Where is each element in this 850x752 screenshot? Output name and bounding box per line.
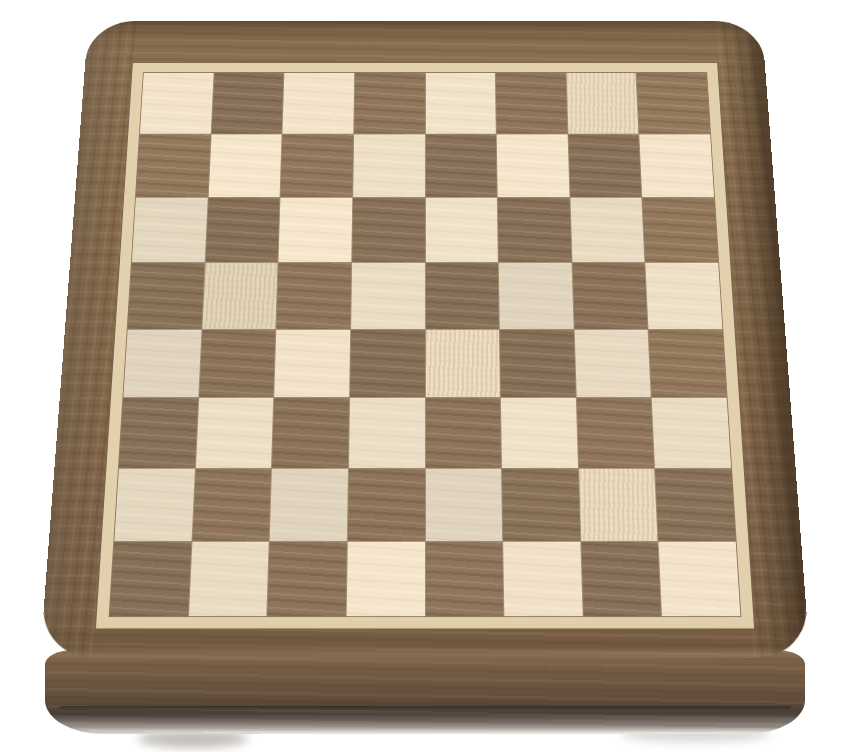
square-c3[interactable] <box>272 398 349 468</box>
square-d1[interactable] <box>347 542 425 616</box>
square-b7[interactable] <box>208 134 281 196</box>
square-d5[interactable] <box>351 263 425 329</box>
square-e3[interactable] <box>425 398 501 468</box>
square-e2[interactable] <box>425 469 502 541</box>
square-a6[interactable] <box>132 198 208 262</box>
square-d6[interactable] <box>352 198 424 262</box>
square-a5[interactable] <box>128 263 205 329</box>
square-h4[interactable] <box>649 329 727 397</box>
box-lid-seam <box>59 706 791 710</box>
square-c8[interactable] <box>283 73 354 134</box>
square-a8[interactable] <box>140 73 213 134</box>
square-g4[interactable] <box>574 329 651 397</box>
square-f4[interactable] <box>500 329 576 397</box>
square-d8[interactable] <box>354 73 424 134</box>
square-f1[interactable] <box>503 542 582 616</box>
square-g3[interactable] <box>577 398 655 468</box>
square-e8[interactable] <box>425 73 495 134</box>
square-f2[interactable] <box>502 469 580 541</box>
square-b1[interactable] <box>189 542 269 616</box>
square-d3[interactable] <box>349 398 425 468</box>
square-f5[interactable] <box>499 263 574 329</box>
square-h8[interactable] <box>637 73 710 134</box>
square-e7[interactable] <box>425 134 496 196</box>
square-c5[interactable] <box>277 263 352 329</box>
chess-board-box <box>40 21 810 658</box>
square-a2[interactable] <box>114 469 194 541</box>
square-b8[interactable] <box>211 73 283 134</box>
square-g6[interactable] <box>570 198 644 262</box>
square-h1[interactable] <box>659 542 740 616</box>
square-g7[interactable] <box>568 134 641 196</box>
chess-grid <box>109 72 742 617</box>
square-c7[interactable] <box>281 134 353 196</box>
square-c4[interactable] <box>274 329 350 397</box>
square-e6[interactable] <box>425 198 497 262</box>
board-surface <box>95 62 755 629</box>
square-e5[interactable] <box>425 263 499 329</box>
square-g2[interactable] <box>579 469 658 541</box>
square-b5[interactable] <box>202 263 278 329</box>
square-h7[interactable] <box>640 134 714 196</box>
square-h6[interactable] <box>643 198 719 262</box>
square-g8[interactable] <box>566 73 638 134</box>
square-e1[interactable] <box>425 542 503 616</box>
square-c6[interactable] <box>279 198 352 262</box>
square-c1[interactable] <box>268 542 347 616</box>
square-f6[interactable] <box>498 198 571 262</box>
board-photo-scene <box>0 0 850 752</box>
square-a7[interactable] <box>136 134 210 196</box>
square-f3[interactable] <box>501 398 578 468</box>
square-a4[interactable] <box>123 329 201 397</box>
square-c2[interactable] <box>270 469 348 541</box>
square-h2[interactable] <box>655 469 735 541</box>
square-a3[interactable] <box>119 398 198 468</box>
square-d7[interactable] <box>353 134 424 196</box>
square-d4[interactable] <box>350 329 425 397</box>
square-a1[interactable] <box>110 542 191 616</box>
square-f7[interactable] <box>497 134 569 196</box>
square-h5[interactable] <box>646 263 723 329</box>
square-b3[interactable] <box>196 398 274 468</box>
square-g5[interactable] <box>572 263 648 329</box>
square-b2[interactable] <box>192 469 271 541</box>
square-b6[interactable] <box>205 198 279 262</box>
square-b4[interactable] <box>199 329 276 397</box>
square-d2[interactable] <box>348 469 425 541</box>
square-g1[interactable] <box>581 542 661 616</box>
box-front-face <box>45 650 805 734</box>
square-f8[interactable] <box>496 73 567 134</box>
square-h3[interactable] <box>652 398 731 468</box>
square-e4[interactable] <box>425 329 500 397</box>
